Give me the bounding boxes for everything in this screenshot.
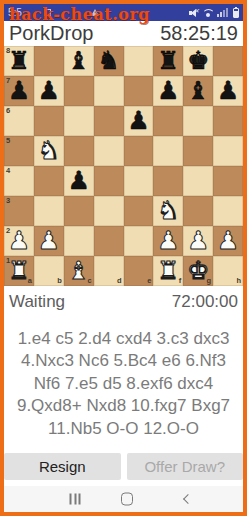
square-h4[interactable] — [213, 166, 243, 196]
player-clock: 72:00:00 — [172, 292, 238, 312]
game-status-label: Waiting — [9, 292, 65, 312]
action-buttons: Resign Offer Draw? — [4, 453, 243, 480]
back-icon[interactable] — [183, 494, 193, 504]
square-g2[interactable]: ♟ — [183, 226, 213, 256]
black-pawn: ♟ — [213, 76, 243, 106]
square-e2[interactable] — [124, 226, 154, 256]
square-h5[interactable] — [213, 136, 243, 166]
black-knight: ♞ — [94, 46, 124, 76]
square-b4[interactable] — [34, 166, 64, 196]
opponent-name: PorkDrop — [9, 22, 93, 45]
white-pawn: ♟ — [213, 226, 243, 256]
square-f5[interactable] — [153, 136, 183, 166]
square-e8[interactable] — [124, 46, 154, 76]
square-d4[interactable] — [94, 166, 124, 196]
rank-label: 4 — [6, 167, 10, 175]
square-c7[interactable] — [64, 76, 94, 106]
black-pawn: ♟ — [64, 166, 94, 196]
white-rook: ♜ — [4, 256, 34, 286]
white-pawn: ♟ — [183, 226, 213, 256]
move-line: 11.Nb5 O-O 12.O-O — [6, 418, 241, 440]
black-bishop: ♝ — [64, 46, 94, 76]
signal-icon — [217, 8, 228, 17]
square-e4[interactable] — [124, 166, 154, 196]
square-f7[interactable]: ♟ — [153, 76, 183, 106]
square-e7[interactable] — [124, 76, 154, 106]
square-g1[interactable]: g♚ — [183, 256, 213, 286]
square-h2[interactable]: ♟ — [213, 226, 243, 256]
square-h3[interactable] — [213, 196, 243, 226]
square-b5[interactable]: ♞ — [34, 136, 64, 166]
black-pawn: ♟ — [4, 76, 34, 106]
square-g6[interactable] — [183, 106, 213, 136]
android-nav-bar — [4, 486, 243, 512]
square-h1[interactable]: h — [213, 256, 243, 286]
square-g4[interactable] — [183, 166, 213, 196]
square-d8[interactable]: ♞ — [94, 46, 124, 76]
square-a1[interactable]: 1a♜ — [4, 256, 34, 286]
square-c1[interactable]: c♝ — [64, 256, 94, 286]
black-pawn: ♟ — [124, 106, 154, 136]
square-a5[interactable]: 5 — [4, 136, 34, 166]
square-g5[interactable] — [183, 136, 213, 166]
rank-label: 3 — [6, 197, 10, 205]
white-pawn: ♟ — [34, 226, 64, 256]
square-f3[interactable]: ♞ — [153, 196, 183, 226]
square-g7[interactable]: ♝ — [183, 76, 213, 106]
file-label: h — [236, 277, 241, 285]
square-e5[interactable] — [124, 136, 154, 166]
square-c5[interactable] — [64, 136, 94, 166]
resign-button[interactable]: Resign — [4, 453, 121, 480]
white-pawn: ♟ — [153, 226, 183, 256]
square-d2[interactable] — [94, 226, 124, 256]
battery-icon — [233, 8, 239, 18]
square-c2[interactable] — [64, 226, 94, 256]
square-d6[interactable] — [94, 106, 124, 136]
square-b1[interactable]: b — [34, 256, 64, 286]
square-d3[interactable] — [94, 196, 124, 226]
move-line: 4.Nxc3 Nc6 5.Bc4 e6 6.Nf3 — [6, 350, 241, 372]
recents-icon[interactable] — [70, 494, 81, 505]
square-c6[interactable] — [64, 106, 94, 136]
square-c3[interactable] — [64, 196, 94, 226]
square-a8[interactable]: 8♜ — [4, 46, 34, 76]
square-b3[interactable] — [34, 196, 64, 226]
game-status-row: Waiting 72:00:00 — [4, 292, 243, 312]
square-b7[interactable]: ♟ — [34, 76, 64, 106]
black-king: ♚ — [183, 46, 213, 76]
status-bar: 5:5 ✕ hack-cheat.org — [4, 4, 243, 21]
square-a2[interactable]: 2♟ — [4, 226, 34, 256]
wifi-icon — [202, 8, 213, 17]
square-e1[interactable]: e — [124, 256, 154, 286]
square-h7[interactable]: ♟ — [213, 76, 243, 106]
square-f4[interactable] — [153, 166, 183, 196]
square-h6[interactable] — [213, 106, 243, 136]
black-bishop: ♝ — [183, 76, 213, 106]
square-a4[interactable]: 4 — [4, 166, 34, 196]
chess-board[interactable]: 8♜♝♞♜♚7♟♟♟♝♟6♟5♞4♟3♞2♟♟♟♟♟1a♜bc♝def♜g♚h — [4, 46, 243, 286]
move-list: 1.e4 c5 2.d4 cxd4 3.c3 dxc3 4.Nxc3 Nc6 5… — [4, 328, 243, 440]
move-line: 1.e4 c5 2.d4 cxd4 3.c3 dxc3 — [6, 328, 241, 350]
black-rook: ♜ — [4, 46, 34, 76]
white-rook: ♜ — [153, 256, 183, 286]
square-f1[interactable]: f♜ — [153, 256, 183, 286]
square-e3[interactable] — [124, 196, 154, 226]
status-right-icons: ✕ — [189, 4, 239, 21]
move-line: 9.Qxd8+ Nxd8 10.fxg7 Bxg7 — [6, 395, 241, 417]
square-h8[interactable] — [213, 46, 243, 76]
square-b2[interactable]: ♟ — [34, 226, 64, 256]
black-pawn: ♟ — [153, 76, 183, 106]
file-label: e — [147, 277, 151, 285]
file-label: d — [117, 277, 122, 285]
white-king: ♚ — [183, 256, 213, 286]
square-d7[interactable] — [94, 76, 124, 106]
white-pawn: ♟ — [4, 226, 34, 256]
move-line: Nf6 7.e5 d5 8.exf6 dxc4 — [6, 373, 241, 395]
file-label: b — [57, 277, 62, 285]
square-g3[interactable] — [183, 196, 213, 226]
title-bar: PorkDrop 58:25:19 — [4, 21, 243, 46]
white-knight: ♞ — [34, 136, 64, 166]
square-a3[interactable]: 3 — [4, 196, 34, 226]
home-icon[interactable] — [121, 493, 133, 506]
opponent-clock: 58:25:19 — [160, 22, 238, 45]
rank-label: 5 — [6, 137, 10, 145]
square-a7[interactable]: 7♟ — [4, 76, 34, 106]
square-d5[interactable] — [94, 136, 124, 166]
white-knight: ♞ — [153, 196, 183, 226]
square-f2[interactable]: ♟ — [153, 226, 183, 256]
black-pawn: ♟ — [34, 76, 64, 106]
square-c8[interactable]: ♝ — [64, 46, 94, 76]
square-b6[interactable] — [34, 106, 64, 136]
watermark-text: hack-cheat.org — [9, 5, 150, 24]
app-frame: 5:5 ✕ hack-cheat.org PorkDrop 58:25:19 8… — [0, 0, 247, 516]
white-bishop: ♝ — [64, 256, 94, 286]
square-g8[interactable]: ♚ — [183, 46, 213, 76]
square-d1[interactable]: d — [94, 256, 124, 286]
square-a6[interactable]: 6 — [4, 106, 34, 136]
mute-icon: ✕ — [189, 8, 198, 17]
square-b8[interactable] — [34, 46, 64, 76]
square-c4[interactable]: ♟ — [64, 166, 94, 196]
offer-draw-button[interactable]: Offer Draw? — [127, 453, 244, 480]
square-e6[interactable]: ♟ — [124, 106, 154, 136]
square-f8[interactable]: ♜ — [153, 46, 183, 76]
black-rook: ♜ — [153, 46, 183, 76]
rank-label: 6 — [6, 107, 10, 115]
square-f6[interactable] — [153, 106, 183, 136]
